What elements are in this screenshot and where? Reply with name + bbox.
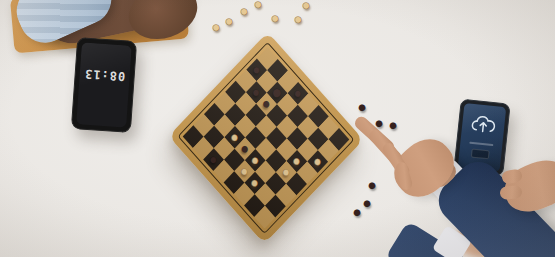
clock-phone[interactable]: 08:13 bbox=[71, 37, 137, 133]
captured-dark-piece[interactable]: ● bbox=[362, 195, 371, 210]
captured-light-piece[interactable]: ● bbox=[301, 0, 310, 12]
captured-dark-piece[interactable]: ● bbox=[352, 204, 361, 219]
captured-light-piece[interactable]: ● bbox=[224, 13, 233, 28]
captured-dark-piece[interactable]: ● bbox=[388, 117, 397, 132]
photo-scene: 08:13 ●●●●●●●●●●●●●● ●●●●●●●●●●●●● bbox=[0, 0, 555, 257]
captured-light-piece[interactable]: ● bbox=[239, 3, 248, 18]
captured-light-piece[interactable]: ● bbox=[253, 0, 262, 11]
clock-phone-screen: 08:13 bbox=[76, 42, 132, 127]
captured-light-piece[interactable]: ● bbox=[293, 11, 302, 26]
screen-caption-line bbox=[469, 142, 493, 146]
captured-light-piece[interactable]: ● bbox=[211, 19, 220, 34]
captured-dark-piece[interactable]: ● bbox=[357, 99, 366, 114]
cloud-upload-icon bbox=[469, 113, 498, 142]
captured-light-piece[interactable]: ● bbox=[270, 10, 279, 25]
clock-time: 08:13 bbox=[84, 67, 126, 84]
captured-dark-piece[interactable]: ● bbox=[367, 177, 376, 192]
captured-dark-piece[interactable]: ● bbox=[374, 115, 383, 130]
screen-button-pill[interactable] bbox=[471, 149, 490, 160]
